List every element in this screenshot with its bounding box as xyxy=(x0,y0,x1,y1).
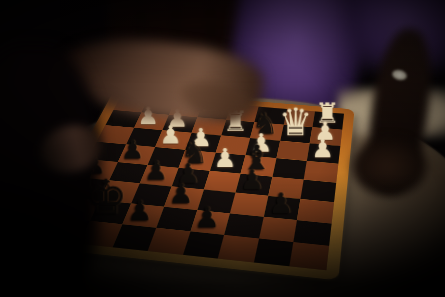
piece-white-queen[interactable]: ♛ xyxy=(278,103,312,141)
square-c8[interactable] xyxy=(218,235,259,262)
piece-white-pawn[interactable]: ♟ xyxy=(311,136,334,162)
square-a4[interactable] xyxy=(304,161,338,183)
piece-black-pawn[interactable]: ♟ xyxy=(144,157,168,184)
square-e8[interactable] xyxy=(148,228,190,255)
right-player-hand xyxy=(352,138,427,196)
piece-white-pawn[interactable]: ♟ xyxy=(214,145,237,171)
square-b7[interactable] xyxy=(259,217,298,243)
square-c5[interactable]: ♟ xyxy=(236,173,273,195)
piece-white-pawn[interactable]: ♟ xyxy=(159,122,181,147)
piece-black-pawn[interactable]: ♟ xyxy=(240,166,264,193)
left-player-silhouette xyxy=(0,45,100,297)
square-c6[interactable] xyxy=(230,193,268,217)
square-b8[interactable] xyxy=(254,239,294,267)
piece-black-pawn[interactable]: ♟ xyxy=(168,179,193,207)
piece-black-pawn[interactable]: ♟ xyxy=(127,197,152,225)
square-b4[interactable] xyxy=(272,158,307,179)
square-a8[interactable] xyxy=(290,242,329,270)
square-b2[interactable]: ♛ xyxy=(280,125,313,144)
square-b6[interactable]: ♟ xyxy=(264,196,301,220)
square-d5[interactable] xyxy=(203,171,240,193)
piece-black-pawn[interactable]: ♟ xyxy=(195,203,221,232)
piece-black-pawn[interactable]: ♟ xyxy=(122,137,145,163)
photo-scene: ♚♜♟♟♜♞♛♟♟♟♟♟♟♞♟♝♟♟♟♟♜♟♟♚♟♟ xyxy=(0,0,445,297)
square-a3[interactable]: ♟ xyxy=(307,143,340,163)
piece-black-pawn[interactable]: ♟ xyxy=(268,189,293,217)
square-a6[interactable] xyxy=(297,199,334,223)
